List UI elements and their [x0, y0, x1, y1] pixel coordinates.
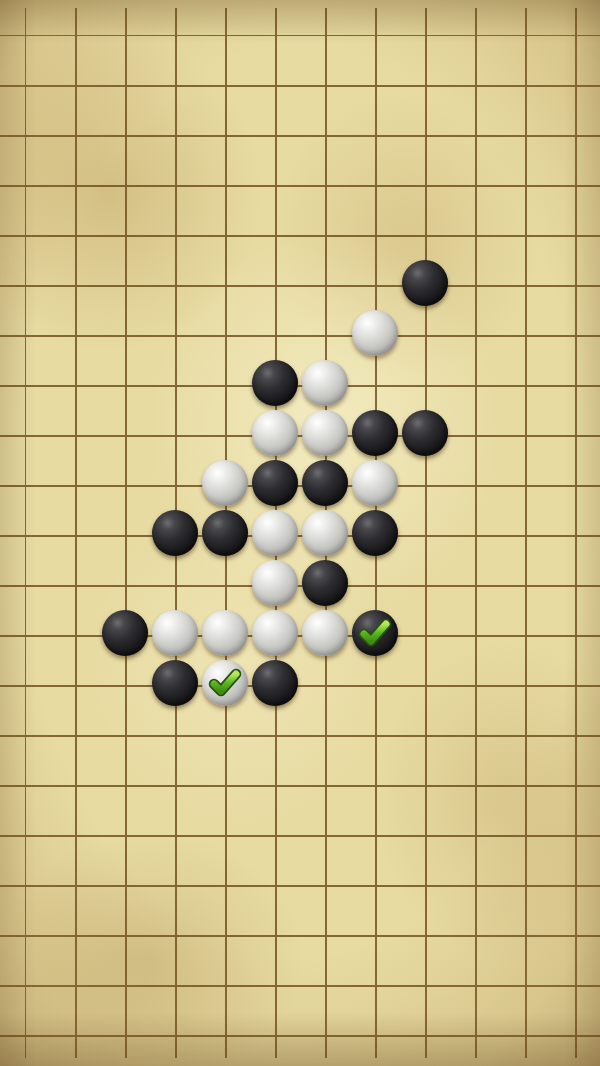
white-stone — [252, 510, 298, 556]
white-stone — [302, 510, 348, 556]
white-stone — [252, 560, 298, 606]
white-stone — [302, 410, 348, 456]
white-stone — [252, 610, 298, 656]
white-stone — [202, 610, 248, 656]
black-stone — [152, 660, 198, 706]
black-stone-last-move — [352, 610, 398, 656]
gomoku-board[interactable] — [0, 0, 600, 1066]
black-stone — [302, 460, 348, 506]
white-stone — [152, 610, 198, 656]
black-stone — [302, 560, 348, 606]
black-stone — [352, 410, 398, 456]
white-stone — [352, 310, 398, 356]
black-stone — [252, 460, 298, 506]
black-stone — [252, 660, 298, 706]
black-stone — [252, 360, 298, 406]
black-stone — [402, 410, 448, 456]
black-stone — [102, 610, 148, 656]
white-stone — [202, 460, 248, 506]
black-stone — [402, 260, 448, 306]
last-move-check-icon — [358, 618, 392, 648]
black-stone — [352, 510, 398, 556]
black-stone — [202, 510, 248, 556]
black-stone — [152, 510, 198, 556]
white-stone-last-move — [202, 660, 248, 706]
white-stone — [352, 460, 398, 506]
last-move-check-icon — [208, 668, 242, 698]
white-stone — [252, 410, 298, 456]
board-grid-lines — [0, 8, 600, 1058]
white-stone — [302, 610, 348, 656]
white-stone — [302, 360, 348, 406]
